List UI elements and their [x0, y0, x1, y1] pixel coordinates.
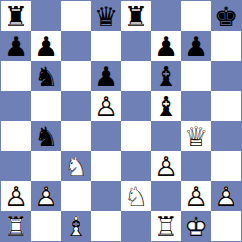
- piece-white-pawn: ♟♙: [31, 181, 61, 211]
- piece-black-pawn: ♟: [181, 31, 211, 61]
- square-f3[interactable]: ♟♙: [151, 151, 181, 181]
- piece-black-queen: ♛: [91, 1, 121, 31]
- white-pawn-icon: ♙: [94, 93, 118, 120]
- white-knight-icon: ♘: [64, 153, 88, 180]
- piece-black-pawn: ♟: [91, 61, 121, 91]
- square-f6[interactable]: ♝: [151, 61, 181, 91]
- square-h2[interactable]: ♟♙: [211, 181, 241, 211]
- square-d6[interactable]: ♟: [91, 61, 121, 91]
- square-e4[interactable]: [121, 121, 151, 151]
- piece-white-pawn: ♟♙: [181, 181, 211, 211]
- piece-white-rook: ♜♖: [151, 211, 181, 241]
- square-e8[interactable]: ♜: [121, 1, 151, 31]
- white-rook-icon: ♖: [154, 213, 178, 240]
- square-h6[interactable]: [211, 61, 241, 91]
- piece-white-knight: ♞♘: [121, 181, 151, 211]
- square-f2[interactable]: [151, 181, 181, 211]
- piece-white-pawn: ♟♙: [1, 181, 31, 211]
- piece-black-pawn: ♟: [1, 31, 31, 61]
- square-d2[interactable]: [91, 181, 121, 211]
- square-g1[interactable]: ♚♔: [181, 211, 211, 241]
- square-h3[interactable]: [211, 151, 241, 181]
- square-b8[interactable]: [31, 1, 61, 31]
- piece-black-king: ♚: [211, 1, 241, 31]
- square-f7[interactable]: ♟: [151, 31, 181, 61]
- square-a4[interactable]: [1, 121, 31, 151]
- white-pawn-icon: ♙: [154, 153, 178, 180]
- square-h4[interactable]: [211, 121, 241, 151]
- piece-white-pawn: ♟♙: [211, 181, 241, 211]
- square-g8[interactable]: [181, 1, 211, 31]
- square-h8[interactable]: ♚: [211, 1, 241, 31]
- square-b1[interactable]: [31, 211, 61, 241]
- square-b3[interactable]: [31, 151, 61, 181]
- square-e1[interactable]: [121, 211, 151, 241]
- square-c3[interactable]: ♞♘: [61, 151, 91, 181]
- square-b4[interactable]: ♞: [31, 121, 61, 151]
- square-d5[interactable]: ♟♙: [91, 91, 121, 121]
- square-c8[interactable]: [61, 1, 91, 31]
- white-king-icon: ♔: [184, 213, 208, 240]
- piece-black-knight: ♞: [31, 61, 61, 91]
- piece-white-queen: ♛♕: [181, 121, 211, 151]
- square-d4[interactable]: [91, 121, 121, 151]
- white-queen-icon: ♕: [184, 123, 208, 150]
- square-c4[interactable]: [61, 121, 91, 151]
- square-f4[interactable]: [151, 121, 181, 151]
- white-rook-icon: ♖: [4, 213, 28, 240]
- square-e2[interactable]: ♞♘: [121, 181, 151, 211]
- square-c1[interactable]: ♝♗: [61, 211, 91, 241]
- piece-white-pawn: ♟♙: [151, 151, 181, 181]
- piece-white-knight: ♞♘: [61, 151, 91, 181]
- piece-white-pawn: ♟♙: [91, 91, 121, 121]
- piece-black-bishop: ♝: [151, 91, 181, 121]
- square-h1[interactable]: [211, 211, 241, 241]
- square-e7[interactable]: [121, 31, 151, 61]
- square-a2[interactable]: ♟♙: [1, 181, 31, 211]
- square-a6[interactable]: [1, 61, 31, 91]
- square-c5[interactable]: [61, 91, 91, 121]
- square-c6[interactable]: [61, 61, 91, 91]
- chess-board: ♜♛♜♚♟♟♟♟♞♟♝♟♙♝♞♛♕♞♘♟♙♟♙♟♙♞♘♟♙♟♙♜♖♝♗♜♖♚♔: [0, 0, 242, 242]
- square-a5[interactable]: [1, 91, 31, 121]
- square-c2[interactable]: [61, 181, 91, 211]
- square-g4[interactable]: ♛♕: [181, 121, 211, 151]
- square-h5[interactable]: [211, 91, 241, 121]
- white-pawn-icon: ♙: [214, 183, 238, 210]
- square-e5[interactable]: [121, 91, 151, 121]
- square-d1[interactable]: [91, 211, 121, 241]
- square-h7[interactable]: [211, 31, 241, 61]
- piece-white-rook: ♜♖: [1, 211, 31, 241]
- square-a8[interactable]: ♜: [1, 1, 31, 31]
- square-e3[interactable]: [121, 151, 151, 181]
- square-c7[interactable]: [61, 31, 91, 61]
- square-d3[interactable]: [91, 151, 121, 181]
- chess-diagram: ♜♛♜♚♟♟♟♟♞♟♝♟♙♝♞♛♕♞♘♟♙♟♙♟♙♞♘♟♙♟♙♜♖♝♗♜♖♚♔: [0, 0, 242, 242]
- square-f8[interactable]: [151, 1, 181, 31]
- piece-black-rook: ♜: [1, 1, 31, 31]
- square-d7[interactable]: [91, 31, 121, 61]
- piece-black-rook: ♜: [121, 1, 151, 31]
- square-g2[interactable]: ♟♙: [181, 181, 211, 211]
- piece-white-king: ♚♔: [181, 211, 211, 241]
- square-g6[interactable]: [181, 61, 211, 91]
- square-a7[interactable]: ♟: [1, 31, 31, 61]
- piece-black-bishop: ♝: [151, 61, 181, 91]
- square-b6[interactable]: ♞: [31, 61, 61, 91]
- white-pawn-icon: ♙: [4, 183, 28, 210]
- square-b2[interactable]: ♟♙: [31, 181, 61, 211]
- square-f1[interactable]: ♜♖: [151, 211, 181, 241]
- piece-black-knight: ♞: [31, 121, 61, 151]
- square-g3[interactable]: [181, 151, 211, 181]
- square-b7[interactable]: ♟: [31, 31, 61, 61]
- white-pawn-icon: ♙: [184, 183, 208, 210]
- white-bishop-icon: ♗: [64, 213, 88, 240]
- piece-black-pawn: ♟: [31, 31, 61, 61]
- square-g5[interactable]: [181, 91, 211, 121]
- square-b5[interactable]: [31, 91, 61, 121]
- square-f5[interactable]: ♝: [151, 91, 181, 121]
- square-a1[interactable]: ♜♖: [1, 211, 31, 241]
- square-e6[interactable]: [121, 61, 151, 91]
- square-g7[interactable]: ♟: [181, 31, 211, 61]
- white-pawn-icon: ♙: [34, 183, 58, 210]
- piece-white-bishop: ♝♗: [61, 211, 91, 241]
- square-a3[interactable]: [1, 151, 31, 181]
- square-d8[interactable]: ♛: [91, 1, 121, 31]
- piece-black-pawn: ♟: [151, 31, 181, 61]
- white-knight-icon: ♘: [124, 183, 148, 210]
